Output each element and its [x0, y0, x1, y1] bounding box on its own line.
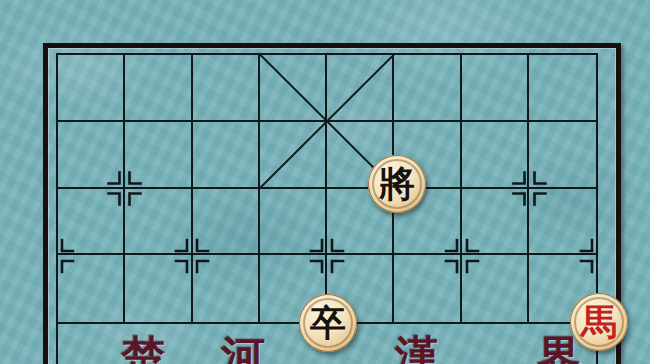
grid-cell [58, 189, 125, 256]
grid-cell [260, 189, 327, 256]
grid-cell [394, 55, 461, 122]
grid-cell [462, 255, 529, 322]
grid-cell [462, 122, 529, 189]
grid-cell [327, 55, 394, 122]
grid-cell [529, 189, 596, 256]
grid-cell [125, 189, 192, 256]
grid-cell [529, 55, 596, 122]
grid-cell [529, 122, 596, 189]
grid-cell [193, 122, 260, 189]
grid-cell [260, 122, 327, 189]
river-char-chu: 楚 [119, 336, 167, 364]
board-grid[interactable] [56, 53, 598, 324]
grid-cell [260, 55, 327, 122]
grid-cell [462, 189, 529, 256]
grid-cell [58, 255, 125, 322]
grid-cell [193, 55, 260, 122]
piece-glyph: 將 [379, 166, 415, 202]
grid-cell [58, 122, 125, 189]
river-char-han: 漢 [393, 336, 441, 364]
grid-cell [193, 189, 260, 256]
grid-cell [193, 255, 260, 322]
grid-cell [125, 122, 192, 189]
piece-red-horse[interactable]: 馬 [570, 293, 628, 351]
grid-cell [125, 55, 192, 122]
river-char-he: 河 [219, 336, 267, 364]
piece-glyph: 卒 [310, 305, 346, 341]
grid-cell [394, 255, 461, 322]
piece-glyph: 馬 [581, 304, 617, 340]
grid-cell [462, 55, 529, 122]
piece-black-general[interactable]: 將 [368, 155, 426, 213]
grid-cell [125, 255, 192, 322]
piece-black-soldier[interactable]: 卒 [299, 294, 357, 352]
grid-cell [58, 55, 125, 122]
xiangqi-board-screen: 楚 河 漢 界 將 卒 馬 [0, 0, 650, 364]
